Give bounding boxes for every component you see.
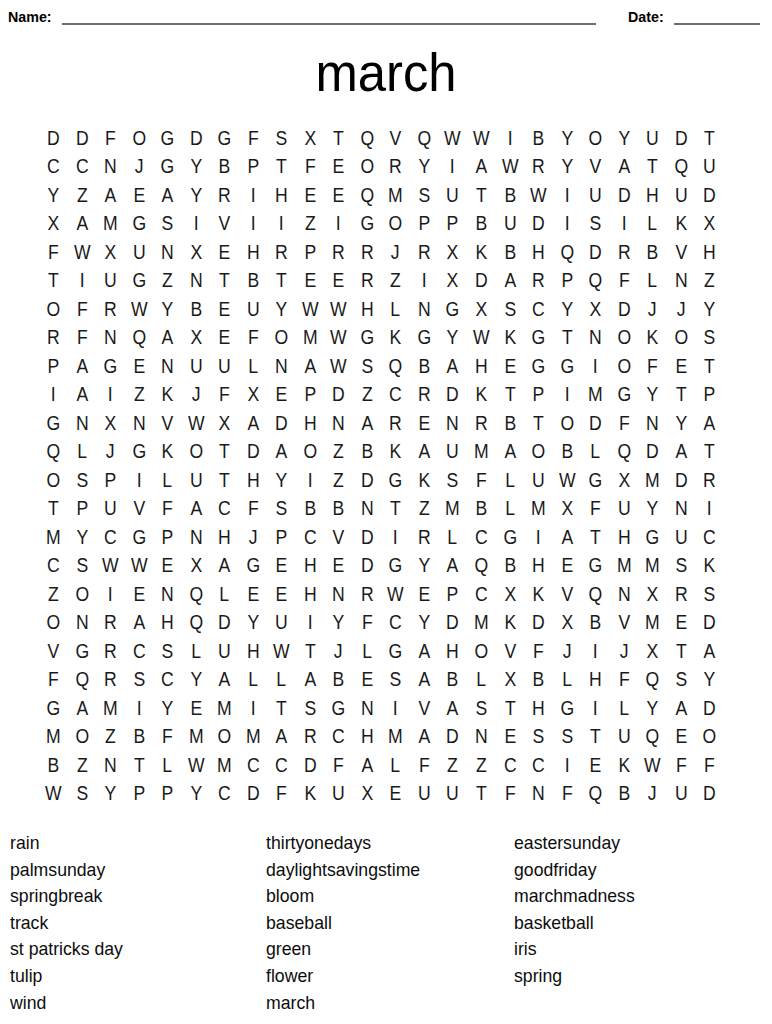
grid-cell-r3c20: U: [583, 181, 608, 210]
grid-cell-r20c6: Y: [183, 666, 208, 695]
grid-cell-r21c13: I: [383, 694, 408, 723]
grid-cell-r1c12: Q: [355, 124, 380, 153]
grid-cell-r11c23: Y: [668, 409, 693, 438]
grid-cell-r16c23: S: [668, 552, 693, 581]
grid-cell-r15c21: H: [611, 523, 636, 552]
grid-cell-r7c14: N: [412, 295, 437, 324]
grid-cell-r11c18: T: [526, 409, 551, 438]
grid-cell-r11c5: V: [155, 409, 180, 438]
grid-cell-r16c8: G: [240, 552, 265, 581]
grid-cell-r7c19: Y: [554, 295, 579, 324]
grid-cell-r23c11: F: [326, 751, 351, 780]
grid-cell-r8c7: E: [212, 324, 237, 353]
grid-cell-r17c20: Q: [583, 580, 608, 609]
grid-cell-r6c23: N: [668, 267, 693, 296]
grid-cell-r17c19: V: [554, 580, 579, 609]
grid-cell-r24c14: U: [412, 780, 437, 809]
grid-cell-r3c21: D: [611, 181, 636, 210]
grid-cell-r10c20: M: [583, 381, 608, 410]
grid-cell-r9c14: B: [412, 352, 437, 381]
grid-cell-r3c6: Y: [183, 181, 208, 210]
grid-cell-r17c7: L: [212, 580, 237, 609]
grid-cell-r22c6: M: [183, 723, 208, 752]
grid-cell-r23c8: C: [240, 751, 265, 780]
grid-cell-r17c24: S: [697, 580, 722, 609]
grid-cell-r24c18: N: [526, 780, 551, 809]
grid-cell-r19c22: X: [640, 637, 665, 666]
grid-cell-r15c19: A: [554, 523, 579, 552]
grid-cell-r7c22: J: [640, 295, 665, 324]
grid-cell-r6c24: Z: [697, 267, 722, 296]
grid-cell-r21c17: T: [497, 694, 522, 723]
grid-cell-r20c1: F: [41, 666, 66, 695]
grid-cell-r23c14: F: [412, 751, 437, 780]
grid-cell-r24c5: P: [155, 780, 180, 809]
grid-cell-r5c23: V: [668, 238, 693, 267]
grid-cell-r11c16: R: [469, 409, 494, 438]
word-item-springbreak: springbreak: [10, 883, 123, 910]
grid-cell-r9c8: L: [240, 352, 265, 381]
grid-cell-r24c20: Q: [583, 780, 608, 809]
grid-cell-r7c13: L: [383, 295, 408, 324]
grid-cell-r8c17: K: [497, 324, 522, 353]
grid-cell-r12c5: K: [155, 438, 180, 467]
grid-cell-r19c17: V: [497, 637, 522, 666]
grid-cell-r22c12: H: [355, 723, 380, 752]
grid-cell-r7c23: J: [668, 295, 693, 324]
grid-cell-r12c22: D: [640, 438, 665, 467]
grid-cell-r9c19: G: [554, 352, 579, 381]
grid-cell-r12c14: A: [412, 438, 437, 467]
word-item-track: track: [10, 910, 123, 937]
grid-cell-r7c8: U: [240, 295, 265, 324]
grid-cell-r8c9: O: [269, 324, 294, 353]
grid-cell-r24c17: F: [497, 780, 522, 809]
grid-cell-r4c22: L: [640, 210, 665, 239]
grid-cell-r12c2: L: [69, 438, 94, 467]
grid-cell-r6c9: T: [269, 267, 294, 296]
grid-cell-r7c11: W: [326, 295, 351, 324]
grid-cell-r16c24: K: [697, 552, 722, 581]
grid-cell-r18c23: E: [668, 609, 693, 638]
grid-cell-r9c24: T: [697, 352, 722, 381]
grid-cell-r23c17: C: [497, 751, 522, 780]
grid-cell-r1c16: W: [469, 124, 494, 153]
grid-cell-r23c7: M: [212, 751, 237, 780]
grid-cell-r1c13: V: [383, 124, 408, 153]
grid-cell-r20c8: L: [240, 666, 265, 695]
grid-cell-r23c18: C: [526, 751, 551, 780]
grid-cell-r4c12: G: [355, 210, 380, 239]
grid-cell-r16c10: H: [297, 552, 322, 581]
word-list-column-1: rainpalmsundayspringbreaktrackst patrick…: [10, 830, 131, 1016]
grid-cell-r9c10: A: [297, 352, 322, 381]
grid-cell-r14c22: Y: [640, 495, 665, 524]
grid-cell-r8c21: O: [611, 324, 636, 353]
grid-cell-r2c16: A: [469, 153, 494, 182]
grid-cell-r16c18: H: [526, 552, 551, 581]
grid-cell-r22c21: U: [611, 723, 636, 752]
grid-cell-r9c2: A: [69, 352, 94, 381]
grid-cell-r3c10: E: [297, 181, 322, 210]
grid-cell-r1c2: D: [69, 124, 94, 153]
grid-cell-r15c22: G: [640, 523, 665, 552]
grid-cell-r13c5: L: [155, 466, 180, 495]
grid-cell-r10c18: P: [526, 381, 551, 410]
grid-cell-r13c2: S: [69, 466, 94, 495]
grid-cell-r1c10: X: [297, 124, 322, 153]
grid-cell-r10c17: T: [497, 381, 522, 410]
grid-cell-r22c14: A: [412, 723, 437, 752]
worksheet-page: Name: Date: march DDFOGDGFSXTQVQWWIBYOYU…: [0, 0, 772, 1024]
grid-cell-r21c22: Y: [640, 694, 665, 723]
word-item-flower: flower: [266, 963, 420, 990]
grid-cell-r17c1: Z: [41, 580, 66, 609]
grid-cell-r4c14: P: [412, 210, 437, 239]
grid-cell-r15c17: G: [497, 523, 522, 552]
grid-cell-r23c5: L: [155, 751, 180, 780]
grid-cell-r2c6: Y: [183, 153, 208, 182]
grid-cell-r13c13: G: [383, 466, 408, 495]
grid-cell-r19c18: F: [526, 637, 551, 666]
word-item-palmsunday: palmsunday: [10, 857, 123, 884]
grid-cell-r5c9: R: [269, 238, 294, 267]
grid-cell-r14c17: L: [497, 495, 522, 524]
grid-cell-r5c24: H: [697, 238, 722, 267]
grid-cell-r21c7: M: [212, 694, 237, 723]
grid-cell-r22c20: T: [583, 723, 608, 752]
grid-cell-r23c13: L: [383, 751, 408, 780]
grid-cell-r5c8: H: [240, 238, 265, 267]
grid-cell-r15c9: P: [269, 523, 294, 552]
grid-cell-r8c20: N: [583, 324, 608, 353]
grid-cell-r17c22: X: [640, 580, 665, 609]
grid-cell-r4c16: B: [469, 210, 494, 239]
grid-cell-r23c23: F: [668, 751, 693, 780]
letter-grid: DDFOGDGFSXTQVQWWIBYOYUDTCCNJGYBPTFEORYIA…: [39, 124, 724, 808]
word-item-green: green: [266, 936, 420, 963]
grid-cell-r1c8: F: [240, 124, 265, 153]
grid-cell-r13c6: U: [183, 466, 208, 495]
grid-cell-r24c8: D: [240, 780, 265, 809]
grid-cell-r3c14: S: [412, 181, 437, 210]
grid-cell-r14c16: B: [469, 495, 494, 524]
grid-cell-r10c15: D: [440, 381, 465, 410]
grid-cell-r15c15: L: [440, 523, 465, 552]
grid-cell-r24c16: T: [469, 780, 494, 809]
grid-cell-r17c15: P: [440, 580, 465, 609]
grid-cell-r22c8: M: [240, 723, 265, 752]
grid-cell-r13c10: I: [297, 466, 322, 495]
grid-cell-r18c10: I: [297, 609, 322, 638]
grid-cell-r14c14: Z: [412, 495, 437, 524]
grid-cell-r7c18: C: [526, 295, 551, 324]
grid-cell-r15c10: C: [297, 523, 322, 552]
grid-cell-r1c20: O: [583, 124, 608, 153]
grid-cell-r18c7: D: [212, 609, 237, 638]
grid-cell-r5c20: D: [583, 238, 608, 267]
grid-cell-r11c22: N: [640, 409, 665, 438]
grid-cell-r23c20: E: [583, 751, 608, 780]
grid-cell-r20c7: A: [212, 666, 237, 695]
grid-cell-r9c4: E: [126, 352, 151, 381]
grid-cell-r17c2: O: [69, 580, 94, 609]
grid-cell-r19c20: I: [583, 637, 608, 666]
grid-cell-r1c5: G: [155, 124, 180, 153]
grid-cell-r4c19: I: [554, 210, 579, 239]
word-item-bloom: bloom: [266, 883, 420, 910]
grid-cell-r19c16: O: [469, 637, 494, 666]
word-list-column-3: eastersundaygoodfridaymarchmadnessbasket…: [514, 830, 644, 990]
grid-cell-r7c10: W: [297, 295, 322, 324]
grid-cell-r14c18: M: [526, 495, 551, 524]
grid-cell-r22c3: Z: [98, 723, 123, 752]
puzzle-title: march: [0, 44, 772, 101]
grid-cell-r7c5: Y: [155, 295, 180, 324]
grid-cell-r12c23: A: [668, 438, 693, 467]
grid-cell-r12c8: D: [240, 438, 265, 467]
grid-cell-r16c2: S: [69, 552, 94, 581]
grid-cell-r7c17: S: [497, 295, 522, 324]
grid-cell-r5c2: W: [69, 238, 94, 267]
grid-cell-r14c9: S: [269, 495, 294, 524]
grid-cell-r11c13: R: [383, 409, 408, 438]
grid-cell-r11c19: O: [554, 409, 579, 438]
grid-cell-r19c11: J: [326, 637, 351, 666]
grid-cell-r1c17: I: [497, 124, 522, 153]
grid-cell-r17c21: N: [611, 580, 636, 609]
grid-cell-r17c14: E: [412, 580, 437, 609]
grid-cell-r22c11: C: [326, 723, 351, 752]
grid-cell-r9c15: A: [440, 352, 465, 381]
grid-cell-r10c22: Y: [640, 381, 665, 410]
grid-cell-r8c24: S: [697, 324, 722, 353]
grid-cell-r21c15: A: [440, 694, 465, 723]
grid-cell-r5c1: F: [41, 238, 66, 267]
grid-cell-r16c3: W: [98, 552, 123, 581]
grid-cell-r10c6: J: [183, 381, 208, 410]
grid-cell-r6c12: R: [355, 267, 380, 296]
grid-cell-r18c22: M: [640, 609, 665, 638]
grid-cell-r9c22: F: [640, 352, 665, 381]
grid-cell-r24c15: U: [440, 780, 465, 809]
grid-cell-r2c2: C: [69, 153, 94, 182]
grid-cell-r19c5: S: [155, 637, 180, 666]
grid-cell-r13c21: X: [611, 466, 636, 495]
grid-cell-r9c7: U: [212, 352, 237, 381]
grid-cell-r15c12: D: [355, 523, 380, 552]
grid-cell-r22c4: B: [126, 723, 151, 752]
grid-cell-r22c5: F: [155, 723, 180, 752]
grid-cell-r23c12: A: [355, 751, 380, 780]
grid-cell-r16c17: B: [497, 552, 522, 581]
grid-cell-r1c11: T: [326, 124, 351, 153]
word-item-baseball: baseball: [266, 910, 420, 937]
grid-cell-r20c21: F: [611, 666, 636, 695]
grid-cell-r14c21: U: [611, 495, 636, 524]
grid-cell-r11c14: E: [412, 409, 437, 438]
grid-cell-r3c3: A: [98, 181, 123, 210]
grid-cell-r18c13: C: [383, 609, 408, 638]
grid-cell-r19c9: W: [269, 637, 294, 666]
grid-cell-r19c2: G: [69, 637, 94, 666]
grid-cell-r18c6: Q: [183, 609, 208, 638]
grid-cell-r20c9: L: [269, 666, 294, 695]
puzzle-title-text: march: [315, 44, 456, 101]
grid-cell-r5c18: H: [526, 238, 551, 267]
grid-cell-r13c8: H: [240, 466, 265, 495]
word-item-marchmadness: marchmadness: [514, 883, 635, 910]
grid-cell-r17c16: C: [469, 580, 494, 609]
grid-cell-r14c8: F: [240, 495, 265, 524]
grid-cell-r19c3: R: [98, 637, 123, 666]
grid-cell-r3c19: I: [554, 181, 579, 210]
grid-cell-r1c22: U: [640, 124, 665, 153]
grid-cell-r4c6: I: [183, 210, 208, 239]
grid-cell-r8c19: T: [554, 324, 579, 353]
grid-cell-r8c5: A: [155, 324, 180, 353]
grid-cell-r24c13: E: [383, 780, 408, 809]
grid-cell-r16c4: W: [126, 552, 151, 581]
grid-cell-r18c15: D: [440, 609, 465, 638]
grid-cell-r6c15: X: [440, 267, 465, 296]
grid-cell-r21c5: Y: [155, 694, 180, 723]
grid-cell-r6c18: R: [526, 267, 551, 296]
grid-cell-r23c2: Z: [69, 751, 94, 780]
grid-cell-r23c9: C: [269, 751, 294, 780]
grid-cell-r19c23: T: [668, 637, 693, 666]
grid-cell-r17c12: R: [355, 580, 380, 609]
grid-cell-r8c4: Q: [126, 324, 151, 353]
grid-cell-r10c24: P: [697, 381, 722, 410]
grid-cell-r20c11: B: [326, 666, 351, 695]
grid-cell-r23c22: W: [640, 751, 665, 780]
grid-cell-r20c2: Q: [69, 666, 94, 695]
grid-cell-r16c1: C: [41, 552, 66, 581]
grid-cell-r9c13: Q: [383, 352, 408, 381]
grid-cell-r12c20: L: [583, 438, 608, 467]
grid-cell-r10c21: G: [611, 381, 636, 410]
name-label: Name:: [8, 8, 52, 25]
grid-cell-r10c9: E: [269, 381, 294, 410]
grid-cell-r19c1: V: [41, 637, 66, 666]
grid-cell-r16c19: E: [554, 552, 579, 581]
grid-cell-r23c6: W: [183, 751, 208, 780]
grid-cell-r20c20: H: [583, 666, 608, 695]
word-item-tulip: tulip: [10, 963, 123, 990]
grid-cell-r20c23: S: [668, 666, 693, 695]
grid-cell-r23c3: N: [98, 751, 123, 780]
grid-cell-r10c11: D: [326, 381, 351, 410]
grid-cell-r17c11: N: [326, 580, 351, 609]
grid-cell-r7c6: B: [183, 295, 208, 324]
grid-cell-r5c21: R: [611, 238, 636, 267]
grid-cell-r16c7: A: [212, 552, 237, 581]
grid-cell-r24c19: F: [554, 780, 579, 809]
grid-cell-r21c14: V: [412, 694, 437, 723]
grid-cell-r4c24: X: [697, 210, 722, 239]
grid-cell-r12c19: B: [554, 438, 579, 467]
grid-cell-r18c14: Y: [412, 609, 437, 638]
grid-cell-r16c16: Q: [469, 552, 494, 581]
word-item-daylightsavingstime: daylightsavingstime: [266, 857, 420, 884]
grid-cell-r15c23: U: [668, 523, 693, 552]
grid-cell-r7c21: D: [611, 295, 636, 324]
name-blank-line: [62, 6, 596, 25]
word-item-basketball: basketball: [514, 910, 635, 937]
grid-cell-r15c14: R: [412, 523, 437, 552]
grid-cell-r18c2: N: [69, 609, 94, 638]
grid-cell-r3c1: Y: [41, 181, 66, 210]
grid-cell-r18c16: M: [469, 609, 494, 638]
grid-cell-r1c1: D: [41, 124, 66, 153]
grid-cell-r16c13: G: [383, 552, 408, 581]
grid-cell-r21c12: N: [355, 694, 380, 723]
grid-cell-r24c6: Y: [183, 780, 208, 809]
grid-cell-r21c11: G: [326, 694, 351, 723]
grid-cell-r2c18: R: [526, 153, 551, 182]
grid-cell-r3c5: A: [155, 181, 180, 210]
grid-cell-r8c2: F: [69, 324, 94, 353]
grid-cell-r24c2: S: [69, 780, 94, 809]
grid-cell-r21c18: H: [526, 694, 551, 723]
grid-cell-r6c7: T: [212, 267, 237, 296]
grid-cell-r20c19: L: [554, 666, 579, 695]
grid-cell-r16c5: E: [155, 552, 180, 581]
grid-cell-r6c20: Q: [583, 267, 608, 296]
grid-cell-r23c21: K: [611, 751, 636, 780]
grid-cell-r21c1: G: [41, 694, 66, 723]
grid-cell-r22c24: O: [697, 723, 722, 752]
grid-cell-r6c6: N: [183, 267, 208, 296]
grid-cell-r2c21: A: [611, 153, 636, 182]
grid-cell-r14c3: U: [98, 495, 123, 524]
grid-cell-r2c24: U: [697, 153, 722, 182]
grid-cell-r18c17: K: [497, 609, 522, 638]
grid-cell-r10c4: Z: [126, 381, 151, 410]
grid-cell-r19c14: A: [412, 637, 437, 666]
grid-cell-r5c14: R: [412, 238, 437, 267]
grid-cell-r4c5: S: [155, 210, 180, 239]
grid-cell-r23c19: I: [554, 751, 579, 780]
grid-cell-r5c16: K: [469, 238, 494, 267]
grid-cell-r22c16: N: [469, 723, 494, 752]
grid-cell-r22c19: S: [554, 723, 579, 752]
grid-cell-r6c11: E: [326, 267, 351, 296]
grid-cell-r16c9: E: [269, 552, 294, 581]
grid-cell-r7c15: G: [440, 295, 465, 324]
word-item-march: march: [266, 990, 420, 1017]
grid-cell-r11c11: N: [326, 409, 351, 438]
grid-cell-r6c10: E: [297, 267, 322, 296]
grid-cell-r8c1: R: [41, 324, 66, 353]
grid-cell-r6c5: Z: [155, 267, 180, 296]
grid-cell-r22c7: O: [212, 723, 237, 752]
date-blank-line: [674, 6, 760, 25]
grid-cell-r13c18: U: [526, 466, 551, 495]
grid-cell-r14c23: N: [668, 495, 693, 524]
grid-cell-r13c15: S: [440, 466, 465, 495]
grid-cell-r6c4: G: [126, 267, 151, 296]
grid-cell-r2c3: N: [98, 153, 123, 182]
word-item-st-patricks-day: st patricks day: [10, 936, 123, 963]
grid-cell-r10c19: I: [554, 381, 579, 410]
grid-cell-r15c20: T: [583, 523, 608, 552]
grid-cell-r19c19: J: [554, 637, 579, 666]
grid-cell-r17c6: Q: [183, 580, 208, 609]
grid-cell-r22c15: D: [440, 723, 465, 752]
grid-cell-r24c4: P: [126, 780, 151, 809]
